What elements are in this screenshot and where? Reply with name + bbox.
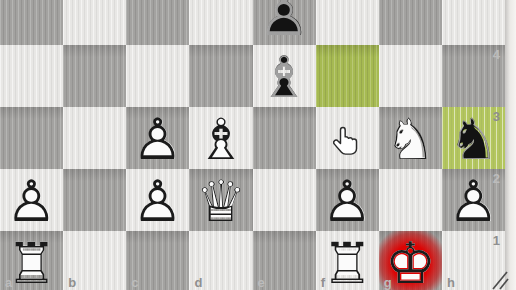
chess-board-view: ♟♙♝♗4♟♙♝♗♞♘3♞♘♟♙♟♙♛♕♟♙2♟♙a♜♖bcdef♜♖g♚♔h1 (0, 0, 516, 290)
rank-label-1: 1 (493, 233, 500, 248)
square-h5[interactable] (442, 0, 505, 45)
square-f2[interactable]: ♟♙ (316, 169, 379, 231)
page-margin (505, 0, 516, 290)
square-c5[interactable] (126, 0, 189, 45)
square-g4[interactable] (379, 45, 442, 107)
square-c1[interactable]: c (126, 231, 189, 290)
piece-white-pawn[interactable]: ♟♙ (442, 169, 505, 231)
square-a3[interactable] (0, 107, 63, 169)
piece-glyph-outline: ♖ (316, 231, 379, 290)
file-label-d: d (194, 275, 202, 290)
piece-black-pawn[interactable]: ♟♙ (253, 0, 316, 45)
piece-glyph-outline: ♙ (126, 169, 189, 231)
square-f1[interactable]: f♜♖ (316, 231, 379, 290)
square-h4[interactable]: 4 (442, 45, 505, 107)
square-g3[interactable]: ♞♘ (379, 107, 442, 169)
hand-cursor-icon (333, 126, 360, 162)
square-b2[interactable] (63, 169, 126, 231)
piece-black-knight[interactable]: ♞♘ (442, 107, 505, 169)
square-c3[interactable]: ♟♙ (126, 107, 189, 169)
rank-label-4: 4 (493, 47, 500, 62)
square-c4[interactable] (126, 45, 189, 107)
piece-white-king[interactable]: ♚♔ (379, 231, 442, 290)
piece-glyph-outline: ♖ (0, 231, 63, 290)
square-e2[interactable] (253, 169, 316, 231)
file-label-h: h (447, 275, 455, 290)
square-a5[interactable] (0, 0, 63, 45)
piece-glyph-outline: ♗ (189, 107, 252, 169)
square-g2[interactable] (379, 169, 442, 231)
chess-board: ♟♙♝♗4♟♙♝♗♞♘3♞♘♟♙♟♙♛♕♟♙2♟♙a♜♖bcdef♜♖g♚♔h1 (0, 0, 505, 290)
piece-white-pawn[interactable]: ♟♙ (126, 107, 189, 169)
piece-glyph-outline: ♗ (253, 45, 316, 107)
square-b5[interactable] (63, 0, 126, 45)
square-b4[interactable] (63, 45, 126, 107)
file-label-e: e (258, 275, 265, 290)
piece-glyph-outline: ♙ (442, 169, 505, 231)
square-d2[interactable]: ♛♕ (189, 169, 252, 231)
piece-glyph-outline: ♙ (126, 107, 189, 169)
square-h2[interactable]: 2♟♙ (442, 169, 505, 231)
square-b1[interactable]: b (63, 231, 126, 290)
square-g5[interactable] (379, 0, 442, 45)
square-a1[interactable]: a♜♖ (0, 231, 63, 290)
piece-glyph-outline: ♙ (253, 0, 316, 45)
square-f5[interactable] (316, 0, 379, 45)
square-d1[interactable]: d (189, 231, 252, 290)
piece-glyph-outline: ♙ (316, 169, 379, 231)
square-d3[interactable]: ♝♗ (189, 107, 252, 169)
piece-white-bishop[interactable]: ♝♗ (189, 107, 252, 169)
piece-white-pawn[interactable]: ♟♙ (126, 169, 189, 231)
piece-glyph-outline: ♙ (0, 169, 63, 231)
square-e5[interactable]: ♟♙ (253, 0, 316, 45)
square-d5[interactable] (189, 0, 252, 45)
piece-glyph-outline: ♘ (379, 107, 442, 169)
piece-white-pawn[interactable]: ♟♙ (0, 169, 63, 231)
file-label-b: b (68, 275, 76, 290)
piece-glyph-outline: ♘ (442, 107, 505, 169)
square-f4[interactable] (316, 45, 379, 107)
square-e4[interactable]: ♝♗ (253, 45, 316, 107)
square-e3[interactable] (253, 107, 316, 169)
square-d4[interactable] (189, 45, 252, 107)
square-c2[interactable]: ♟♙ (126, 169, 189, 231)
piece-black-bishop[interactable]: ♝♗ (253, 45, 316, 107)
square-a2[interactable]: ♟♙ (0, 169, 63, 231)
piece-white-pawn[interactable]: ♟♙ (316, 169, 379, 231)
square-h3[interactable]: 3♞♘ (442, 107, 505, 169)
piece-white-rook[interactable]: ♜♖ (316, 231, 379, 290)
piece-glyph-outline: ♔ (379, 231, 442, 290)
square-b3[interactable] (63, 107, 126, 169)
piece-white-knight[interactable]: ♞♘ (379, 107, 442, 169)
piece-glyph-outline: ♕ (189, 169, 252, 231)
piece-white-queen[interactable]: ♛♕ (189, 169, 252, 231)
resize-grip-icon[interactable] (488, 264, 512, 290)
square-g1[interactable]: g♚♔ (379, 231, 442, 290)
file-label-c: c (131, 275, 138, 290)
piece-white-rook[interactable]: ♜♖ (0, 231, 63, 290)
square-e1[interactable]: e (253, 231, 316, 290)
square-a4[interactable] (0, 45, 63, 107)
